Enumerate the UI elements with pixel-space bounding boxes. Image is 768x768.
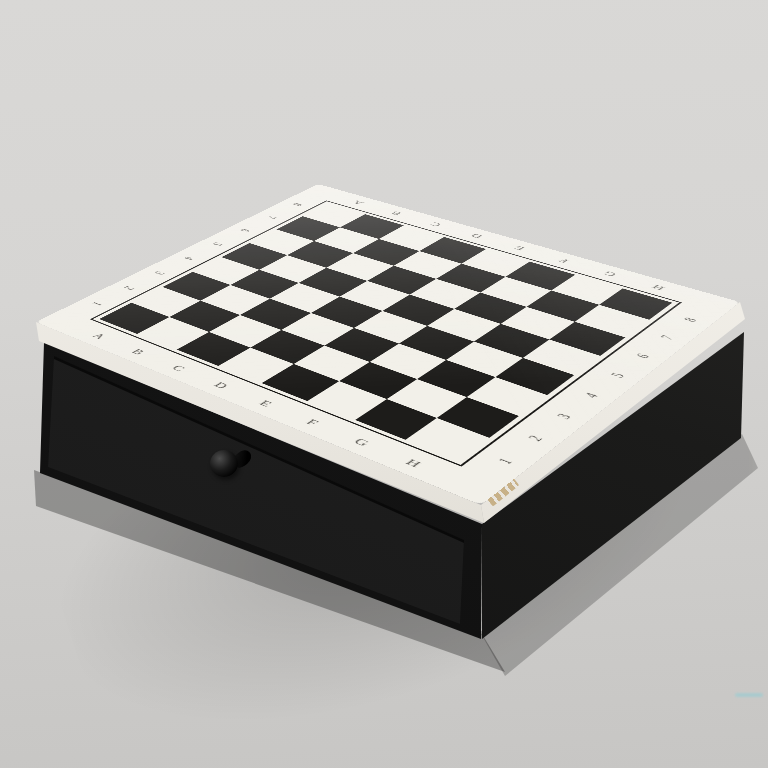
drawer-knob: [210, 450, 238, 477]
photo-artifact: [735, 693, 763, 697]
chess-box-photo: AA11BB22CC33DD44EE55FF66GG77HH88: [0, 0, 768, 768]
